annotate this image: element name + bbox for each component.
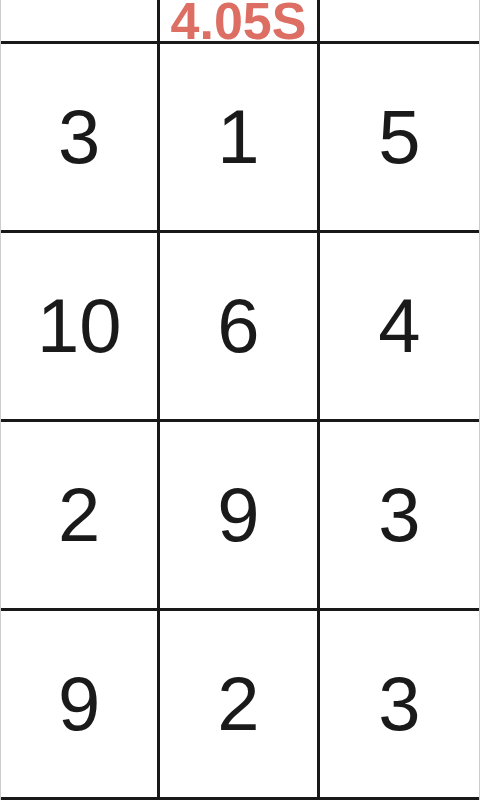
grid-cell-r2c1[interactable]: 10: [1, 233, 160, 422]
game-screen: 4.05S 3 1 5 10 6 4 2 9 3: [0, 0, 480, 800]
cell-number: 2: [58, 477, 100, 553]
cell-number: 9: [58, 666, 100, 742]
grid-cell-r1c1[interactable]: 3: [1, 44, 160, 233]
grid-cell-r3c1[interactable]: 2: [1, 422, 160, 611]
countdown-timer: 4.05S: [160, 0, 316, 47]
grid-cell-r1c2[interactable]: 1: [160, 44, 319, 233]
cell-number: 4: [378, 288, 420, 364]
header-cell-right: [320, 0, 479, 44]
cell-number: 3: [378, 477, 420, 553]
grid-cell-r1c3[interactable]: 5: [320, 44, 479, 233]
cell-number: 2: [217, 666, 259, 742]
grid-cell-r4c2[interactable]: 2: [160, 611, 319, 800]
cell-number: 1: [217, 99, 259, 175]
header-cell-center: 4.05S: [160, 0, 319, 44]
grid-cell-r2c3[interactable]: 4: [320, 233, 479, 422]
grid-cell-r3c3[interactable]: 3: [320, 422, 479, 611]
cell-number: 3: [378, 666, 420, 742]
grid-cell-r4c1[interactable]: 9: [1, 611, 160, 800]
cell-number: 5: [378, 99, 420, 175]
number-board: 4.05S 3 1 5 10 6 4 2 9 3: [0, 0, 480, 800]
header-cell-left: [1, 0, 160, 44]
grid-cell-r2c2[interactable]: 6: [160, 233, 319, 422]
cell-number: 3: [58, 99, 100, 175]
grid-cell-r4c3[interactable]: 3: [320, 611, 479, 800]
grid-cell-r3c2[interactable]: 9: [160, 422, 319, 611]
cell-number: 10: [37, 288, 122, 364]
cell-number: 9: [217, 477, 259, 553]
cell-number: 6: [217, 288, 259, 364]
